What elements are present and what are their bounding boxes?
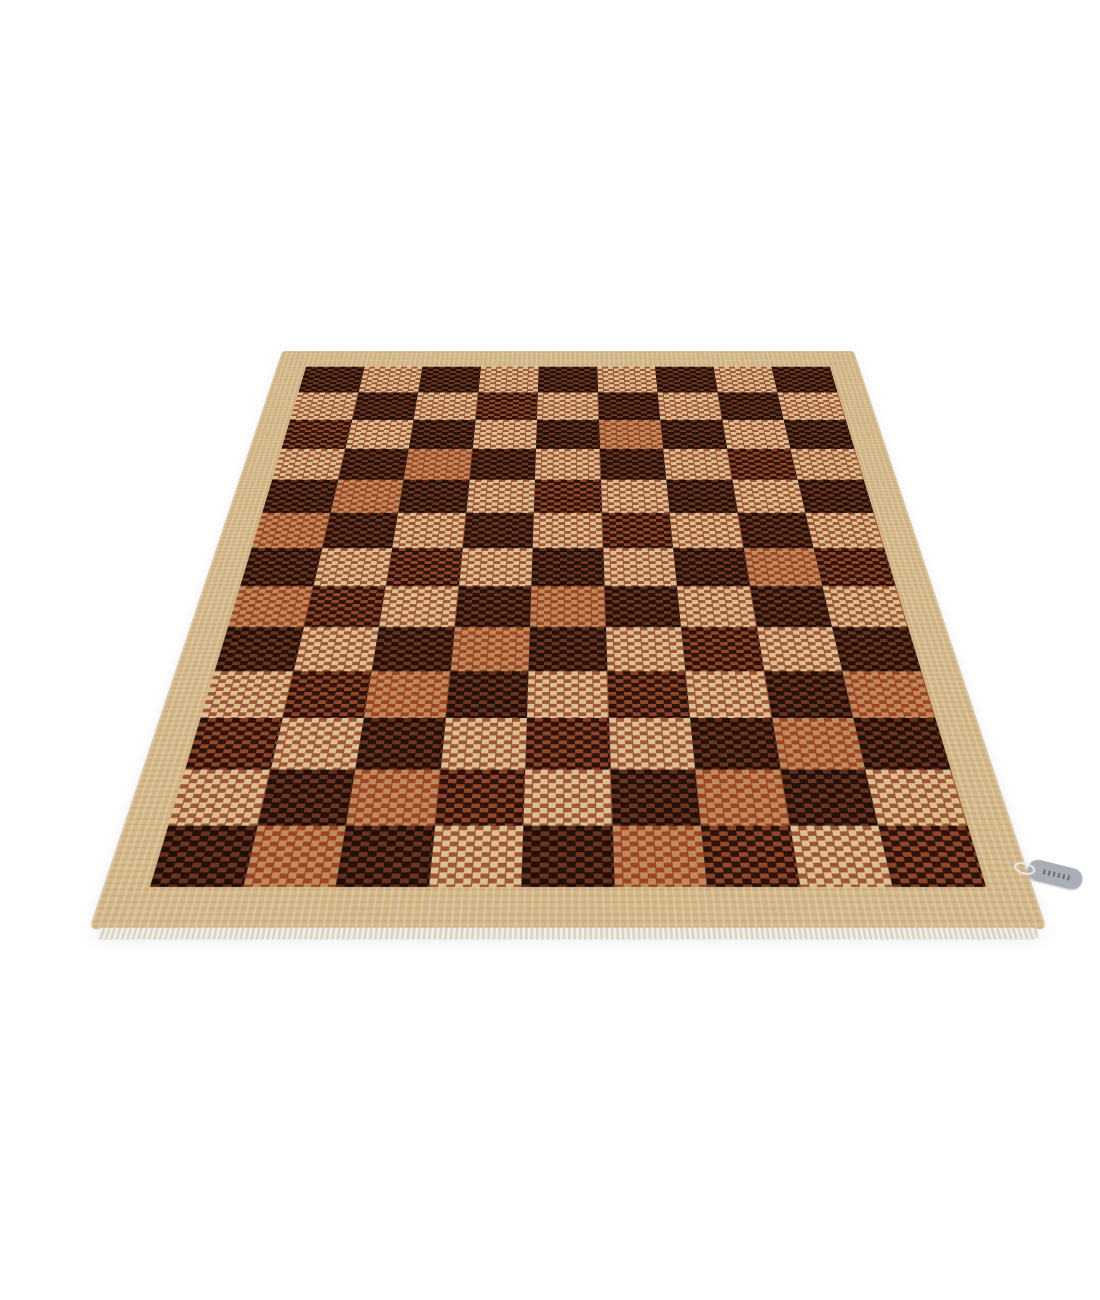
board-cell-r3c7 xyxy=(661,420,728,449)
board-cell-r8c7 xyxy=(677,586,757,627)
board-cell-r9c6 xyxy=(606,627,686,671)
board-cell-r5c7 xyxy=(667,480,738,513)
board-cell-r11c7 xyxy=(690,718,780,769)
tag-stitched-text xyxy=(1043,869,1073,881)
board-cell-r1c2 xyxy=(358,367,422,393)
board-cell-r10c6 xyxy=(607,671,690,718)
board-cell-r6c4 xyxy=(463,513,534,548)
board-cell-r10c7 xyxy=(686,671,772,718)
board-cell-r2c8 xyxy=(718,392,784,419)
board-cell-r12c9 xyxy=(866,770,968,826)
board-cell-r13c2 xyxy=(243,826,346,887)
board-cell-r1c8 xyxy=(713,367,777,393)
board-cell-r5c4 xyxy=(466,480,535,513)
board-cell-r4c3 xyxy=(404,449,473,480)
board-cell-r3c6 xyxy=(599,420,664,449)
board-cell-r13c3 xyxy=(336,826,435,887)
board-cell-r1c4 xyxy=(478,367,539,393)
board-cell-r11c5 xyxy=(525,718,610,769)
board-cell-r2c1 xyxy=(290,392,358,419)
board-cell-r7c5 xyxy=(532,548,605,586)
board-cell-r5c5 xyxy=(534,480,602,513)
board-cell-r7c1 xyxy=(240,548,322,586)
board-cell-r8c8 xyxy=(750,586,832,627)
board-cell-r11c8 xyxy=(772,718,866,769)
board-cell-r8c2 xyxy=(304,586,386,627)
board-cell-r9c4 xyxy=(450,627,530,671)
board-cell-r4c4 xyxy=(469,449,536,480)
board-cell-r12c3 xyxy=(346,770,440,826)
board-cell-r4c2 xyxy=(338,449,409,480)
board-cell-r1c6 xyxy=(597,367,658,393)
board-cell-r2c6 xyxy=(598,392,661,419)
board-cell-r9c3 xyxy=(372,627,455,671)
board-cell-r12c8 xyxy=(781,770,879,826)
board-cell-r1c9 xyxy=(772,367,838,393)
board-cell-r13c5 xyxy=(522,826,615,887)
checkerboard xyxy=(150,367,986,887)
board-cell-r3c8 xyxy=(722,420,791,449)
board-cell-r6c2 xyxy=(322,513,398,548)
board-cell-r8c5 xyxy=(530,586,606,627)
board-cell-r7c4 xyxy=(459,548,533,586)
board-cell-r8c9 xyxy=(823,586,908,627)
board-cell-r13c1 xyxy=(150,826,257,887)
board-cell-r2c5 xyxy=(537,392,599,419)
board-cell-r11c9 xyxy=(854,718,951,769)
board-cell-r6c5 xyxy=(533,513,603,548)
board-cell-r5c3 xyxy=(398,480,469,513)
board-cell-r6c9 xyxy=(806,513,885,548)
rug-border xyxy=(89,351,1047,929)
board-cell-r3c1 xyxy=(281,420,351,449)
board-cell-r10c9 xyxy=(843,671,936,718)
board-cell-r3c2 xyxy=(345,420,414,449)
board-cell-r8c3 xyxy=(379,586,459,627)
board-cell-r5c8 xyxy=(732,480,805,513)
board-cell-r12c4 xyxy=(435,770,526,826)
board-cell-r5c6 xyxy=(601,480,670,513)
board-cell-r13c4 xyxy=(429,826,524,887)
board-cell-r10c2 xyxy=(282,671,372,718)
board-cell-r2c9 xyxy=(778,392,846,419)
board-cell-r2c4 xyxy=(475,392,538,419)
board-cell-r8c6 xyxy=(604,586,681,627)
rug xyxy=(210,197,926,937)
board-cell-r9c1 xyxy=(215,627,304,671)
board-cell-r13c8 xyxy=(790,826,893,887)
board-cell-r6c8 xyxy=(738,513,814,548)
board-cell-r8c4 xyxy=(455,586,532,627)
board-cell-r5c2 xyxy=(330,480,403,513)
board-cell-r2c7 xyxy=(658,392,722,419)
rug-label-tag xyxy=(1025,858,1084,892)
board-cell-r10c3 xyxy=(364,671,450,718)
board-cell-r3c4 xyxy=(472,420,537,449)
board-cell-r9c5 xyxy=(529,627,607,671)
board-cell-r8c1 xyxy=(228,586,313,627)
board-cell-r13c7 xyxy=(701,826,800,887)
board-cell-r12c5 xyxy=(524,770,613,826)
board-cell-r7c6 xyxy=(603,548,677,586)
board-cell-r7c7 xyxy=(673,548,750,586)
board-cell-r6c3 xyxy=(392,513,466,548)
fringe xyxy=(96,928,1039,940)
board-cell-r12c6 xyxy=(611,770,702,826)
board-cell-r9c9 xyxy=(832,627,921,671)
board-cell-r9c8 xyxy=(757,627,843,671)
board-cell-r13c9 xyxy=(879,826,986,887)
board-cell-r11c4 xyxy=(440,718,527,769)
board-cell-r7c3 xyxy=(386,548,463,586)
board-cell-r4c1 xyxy=(272,449,345,480)
board-cell-r10c5 xyxy=(527,671,609,718)
board-cell-r4c6 xyxy=(600,449,667,480)
board-cell-r12c1 xyxy=(168,770,270,826)
board-cell-r11c2 xyxy=(270,718,364,769)
board-cell-r12c2 xyxy=(257,770,355,826)
board-cell-r1c3 xyxy=(418,367,480,393)
board-cell-r5c1 xyxy=(262,480,338,513)
board-cell-r4c7 xyxy=(664,449,733,480)
board-cell-r1c1 xyxy=(298,367,364,393)
board-cell-r11c6 xyxy=(609,718,696,769)
board-cell-r3c3 xyxy=(409,420,476,449)
board-cell-r9c2 xyxy=(293,627,379,671)
board-cell-r10c8 xyxy=(764,671,854,718)
board-cell-r10c1 xyxy=(201,671,294,718)
board-cell-r4c9 xyxy=(791,449,864,480)
board-cell-r7c8 xyxy=(744,548,823,586)
board-cell-r1c5 xyxy=(538,367,598,393)
board-cell-r7c2 xyxy=(313,548,392,586)
board-cell-r2c2 xyxy=(352,392,418,419)
board-cell-r13c6 xyxy=(612,826,707,887)
board-cell-r11c1 xyxy=(185,718,282,769)
board-cell-r4c8 xyxy=(727,449,798,480)
board-cell-r2c3 xyxy=(414,392,478,419)
board-cell-r6c1 xyxy=(252,513,331,548)
board-cell-r6c7 xyxy=(670,513,744,548)
board-cell-r5c9 xyxy=(798,480,874,513)
board-cell-r3c5 xyxy=(536,420,600,449)
board-cell-r6c6 xyxy=(602,513,673,548)
board-cell-r11c3 xyxy=(355,718,445,769)
board-cell-r7c9 xyxy=(814,548,896,586)
board-cell-r12c7 xyxy=(696,770,790,826)
board-cell-r10c4 xyxy=(445,671,528,718)
board-cell-r3c9 xyxy=(784,420,854,449)
board-cell-r4c5 xyxy=(535,449,601,480)
board-cell-r1c7 xyxy=(655,367,717,393)
board-cell-r9c7 xyxy=(681,627,764,671)
